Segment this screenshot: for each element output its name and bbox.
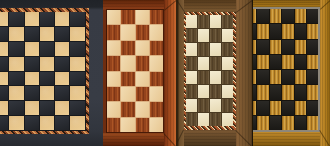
square (257, 40, 269, 54)
square (25, 42, 39, 56)
square (198, 15, 209, 28)
square (270, 116, 282, 130)
square (40, 12, 54, 26)
square (270, 40, 282, 54)
chessboard (186, 15, 233, 126)
square (198, 57, 209, 70)
square (121, 56, 134, 70)
square (150, 87, 163, 101)
square (307, 116, 318, 130)
square (136, 25, 149, 39)
square (150, 41, 163, 55)
square (121, 10, 134, 24)
square (70, 42, 84, 56)
board-photo-walnut-maple (176, 0, 252, 146)
square (25, 116, 39, 130)
square (257, 101, 269, 115)
square (210, 43, 221, 56)
square (222, 57, 233, 70)
square (70, 57, 84, 71)
board-photo-ebony-maple (0, 0, 103, 146)
square (282, 55, 294, 69)
board-photo-mahogany-maple (103, 0, 176, 146)
chessboard-collage (0, 0, 330, 146)
square (270, 85, 282, 99)
square (198, 85, 209, 98)
square (210, 29, 221, 42)
square (121, 102, 134, 116)
square (222, 43, 233, 56)
square (70, 12, 84, 26)
chessboard (107, 10, 163, 132)
square (222, 113, 233, 126)
square (55, 101, 69, 115)
square (198, 71, 209, 84)
frame-rail-left (176, 0, 184, 146)
square (70, 86, 84, 100)
square (40, 42, 54, 56)
square (55, 42, 69, 56)
square (186, 85, 197, 98)
square (257, 9, 269, 23)
square (150, 102, 163, 116)
chessboard (0, 12, 86, 131)
square (282, 24, 294, 38)
square (295, 70, 307, 84)
frame-rail-top (252, 0, 330, 7)
square (40, 116, 54, 130)
square (55, 116, 69, 130)
square (0, 42, 8, 56)
square (0, 101, 8, 115)
square (307, 101, 318, 115)
square (295, 101, 307, 115)
square (121, 72, 134, 86)
square (55, 86, 69, 100)
square (0, 27, 8, 41)
square (107, 25, 120, 39)
square (40, 57, 54, 71)
square (307, 70, 318, 84)
square (295, 9, 307, 23)
square (0, 72, 8, 86)
square (282, 85, 294, 99)
square (270, 101, 282, 115)
square (9, 72, 23, 86)
square (257, 85, 269, 99)
board-photo-oak-black (252, 0, 330, 146)
square (9, 12, 23, 26)
square (9, 57, 23, 71)
square (9, 86, 23, 100)
square (25, 57, 39, 71)
square (210, 99, 221, 112)
square (282, 9, 294, 23)
square (282, 101, 294, 115)
frame-rail-right (320, 0, 330, 146)
square (186, 71, 197, 84)
square (150, 72, 163, 86)
square (25, 101, 39, 115)
square (222, 71, 233, 84)
square (307, 24, 318, 38)
square (25, 86, 39, 100)
square (25, 72, 39, 86)
square (295, 85, 307, 99)
square (70, 101, 84, 115)
square (270, 9, 282, 23)
square (121, 25, 134, 39)
square (55, 12, 69, 26)
square (136, 56, 149, 70)
square (210, 113, 221, 126)
frame-rail-bottom (252, 132, 330, 146)
square (136, 10, 149, 24)
square (121, 41, 134, 55)
square (136, 41, 149, 55)
square (40, 27, 54, 41)
square (9, 42, 23, 56)
square (40, 101, 54, 115)
square (136, 102, 149, 116)
square (210, 71, 221, 84)
square (210, 57, 221, 70)
square (257, 55, 269, 69)
square (222, 29, 233, 42)
square (295, 40, 307, 54)
square (198, 43, 209, 56)
square (150, 10, 163, 24)
square (107, 72, 120, 86)
square (198, 113, 209, 126)
square (257, 116, 269, 130)
square (282, 70, 294, 84)
square (257, 24, 269, 38)
square (210, 15, 221, 28)
square (40, 72, 54, 86)
square (70, 27, 84, 41)
square (136, 118, 149, 132)
square (0, 116, 8, 130)
square (186, 43, 197, 56)
square (107, 10, 120, 24)
square (307, 55, 318, 69)
square (70, 116, 84, 130)
square (136, 87, 149, 101)
square (121, 87, 134, 101)
square (270, 70, 282, 84)
frame-rail-right (236, 0, 252, 146)
square (25, 12, 39, 26)
square (9, 27, 23, 41)
square (270, 55, 282, 69)
square (107, 118, 120, 132)
square (55, 72, 69, 86)
square (186, 15, 197, 28)
square (186, 99, 197, 112)
square (186, 29, 197, 42)
square (295, 55, 307, 69)
square (0, 12, 8, 26)
square (198, 99, 209, 112)
square (222, 99, 233, 112)
square (198, 29, 209, 42)
square (257, 70, 269, 84)
square (55, 27, 69, 41)
square (0, 86, 8, 100)
square (282, 116, 294, 130)
square (186, 57, 197, 70)
square (150, 25, 163, 39)
square (25, 27, 39, 41)
square (9, 101, 23, 115)
square (307, 85, 318, 99)
square (55, 57, 69, 71)
square (0, 57, 8, 71)
photo-edge-line (252, 0, 253, 146)
square (136, 72, 149, 86)
square (121, 118, 134, 132)
square (107, 102, 120, 116)
square (270, 24, 282, 38)
square (107, 41, 120, 55)
square (150, 118, 163, 132)
square (107, 87, 120, 101)
square (150, 56, 163, 70)
square (282, 40, 294, 54)
square (107, 56, 120, 70)
square (222, 15, 233, 28)
square (70, 72, 84, 86)
square (307, 9, 318, 23)
square (295, 24, 307, 38)
frame-rail-right (164, 0, 176, 146)
square (222, 85, 233, 98)
square (295, 116, 307, 130)
square (186, 113, 197, 126)
square (307, 40, 318, 54)
square (210, 85, 221, 98)
square (9, 116, 23, 130)
chessboard (252, 9, 318, 130)
square (40, 86, 54, 100)
